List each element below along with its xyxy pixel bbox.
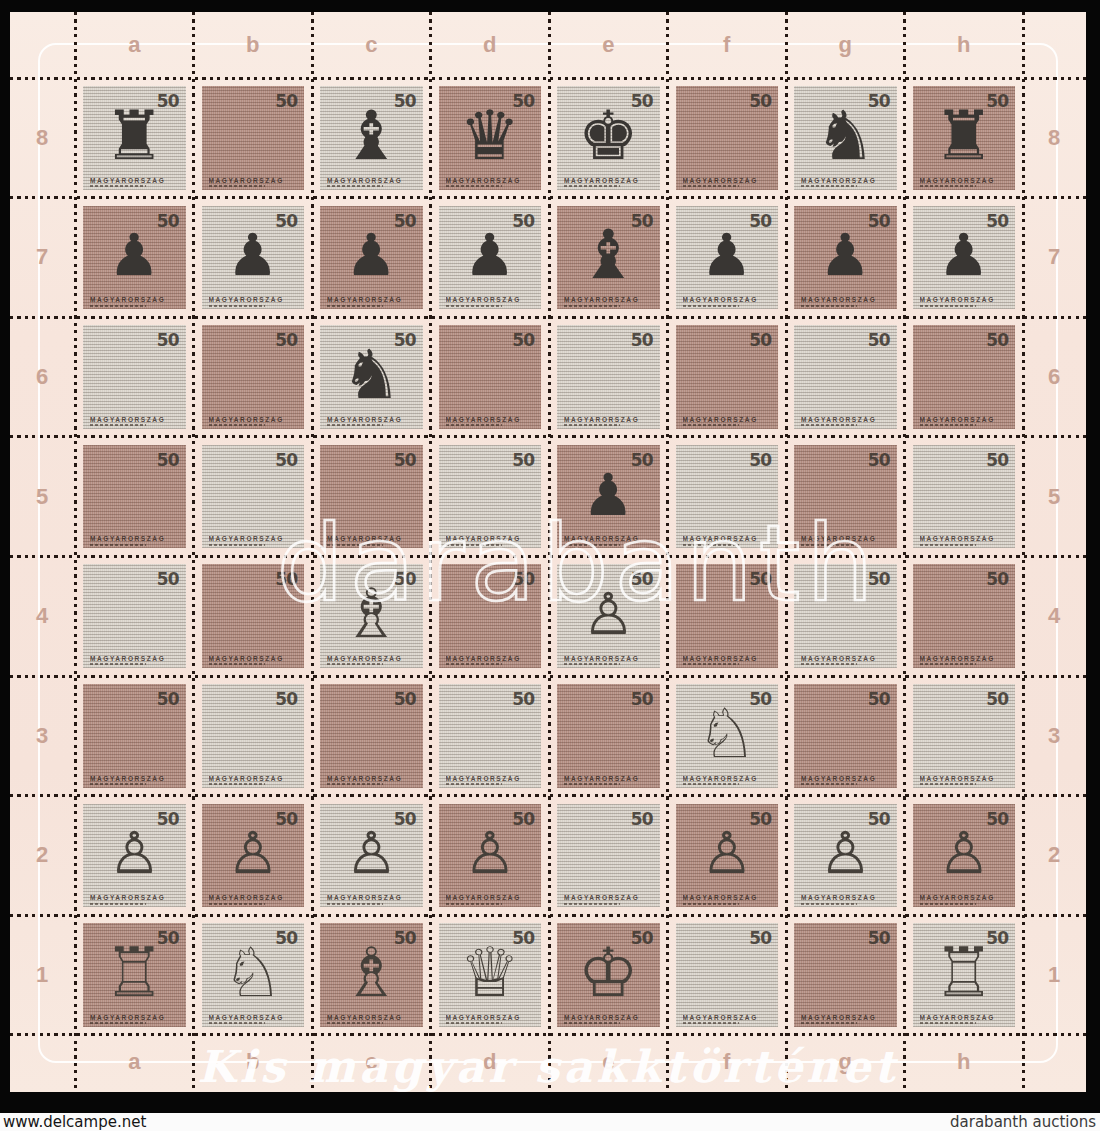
stamp-country-label: MAGYARORSZÁG	[564, 535, 654, 542]
stamp-denomination: 50	[868, 211, 890, 231]
stamp-country-label: MAGYARORSZÁG	[90, 894, 180, 901]
stamp-microtext-line	[209, 185, 265, 187]
file-label-bottom-h: h	[957, 1049, 970, 1075]
stamp-microtext-line	[446, 903, 502, 905]
stamp-a5: 50MAGYARORSZÁG	[83, 445, 186, 549]
stamp-h6: 50MAGYARORSZÁG	[913, 325, 1016, 429]
stamp-denomination: 50	[512, 928, 534, 948]
square-c4: 50♗MAGYARORSZÁG	[312, 556, 431, 676]
stamp-d5: 50MAGYARORSZÁG	[439, 445, 542, 549]
stamp-microtext-line	[327, 783, 383, 785]
stamp-e7: 50♝MAGYARORSZÁG	[557, 206, 660, 310]
stamp-h4: 50MAGYARORSZÁG	[913, 564, 1016, 668]
stamp-country-label: MAGYARORSZÁG	[90, 177, 180, 184]
stamp-c7: 50♟MAGYARORSZÁG	[320, 206, 423, 310]
piece-a7: ♟	[108, 226, 160, 284]
stamp-microtext-line	[564, 305, 620, 307]
stamp-country-label: MAGYARORSZÁG	[446, 775, 536, 782]
stamp-a6: 50MAGYARORSZÁG	[83, 325, 186, 429]
stamp-denomination: 50	[394, 809, 416, 829]
stamp-denomination: 50	[749, 928, 771, 948]
stamp-microtext-line	[90, 424, 146, 426]
piece-c7: ♟	[345, 226, 397, 284]
stamp-country-label: MAGYARORSZÁG	[446, 296, 536, 303]
piece-f7: ♟	[701, 226, 753, 284]
stamp-denomination: 50	[749, 211, 771, 231]
stamp-denomination: 50	[394, 91, 416, 111]
file-label-top-d: d	[483, 32, 496, 58]
stamp-denomination: 50	[868, 928, 890, 948]
perforation-column	[192, 12, 195, 1092]
stamp-denomination: 50	[986, 689, 1008, 709]
stamp-country-label: MAGYARORSZÁG	[801, 416, 891, 423]
stamp-microtext-line	[564, 544, 620, 546]
perforation-row	[10, 794, 1086, 797]
stamp-denomination: 50	[157, 450, 179, 470]
stamp-denomination: 50	[275, 569, 297, 589]
stamp-microtext-line	[209, 783, 265, 785]
square-h4: 50MAGYARORSZÁG	[905, 556, 1024, 676]
stamp-microtext-line	[446, 185, 502, 187]
stamp-denomination: 50	[394, 450, 416, 470]
piece-c6: ♞	[341, 341, 402, 409]
stamp-microtext-line	[683, 544, 739, 546]
square-h7: 50♟MAGYARORSZÁG	[905, 198, 1024, 318]
stamp-sheet-photo: 50♜MAGYARORSZÁG50MAGYARORSZÁG50♝MAGYAROR…	[0, 0, 1100, 1131]
stamp-country-label: MAGYARORSZÁG	[801, 655, 891, 662]
rank-label-left-1: 1	[36, 962, 48, 988]
stamp-microtext-line	[90, 903, 146, 905]
rank-label-left-4: 4	[36, 603, 48, 629]
stamp-country-label: MAGYARORSZÁG	[327, 1014, 417, 1021]
stamp-f3: 50♘MAGYARORSZÁG	[676, 684, 779, 788]
stamp-microtext-line	[209, 424, 265, 426]
stamp-denomination: 50	[631, 450, 653, 470]
stamp-microtext-line	[564, 424, 620, 426]
stamp-microtext-line	[90, 663, 146, 665]
stamp-g5: 50MAGYARORSZÁG	[794, 445, 897, 549]
square-h5: 50MAGYARORSZÁG	[905, 437, 1024, 557]
file-label-top-a: a	[128, 32, 140, 58]
stamp-microtext-line	[327, 424, 383, 426]
piece-c4: ♗	[341, 580, 402, 648]
stamp-microtext-line	[90, 1022, 146, 1024]
stamp-country-label: MAGYARORSZÁG	[683, 1014, 773, 1021]
stamp-country-label: MAGYARORSZÁG	[683, 535, 773, 542]
stamp-microtext-line	[446, 544, 502, 546]
stamp-b8: 50MAGYARORSZÁG	[202, 86, 305, 190]
stamp-c1: 50♗MAGYARORSZÁG	[320, 923, 423, 1027]
stamp-denomination: 50	[275, 689, 297, 709]
stamp-f6: 50MAGYARORSZÁG	[676, 325, 779, 429]
square-e8: 50♚MAGYARORSZÁG	[549, 78, 668, 198]
stamp-denomination: 50	[868, 450, 890, 470]
stamp-microtext-line	[90, 544, 146, 546]
piece-h7: ♟	[938, 226, 990, 284]
stamp-denomination: 50	[394, 330, 416, 350]
stamp-country-label: MAGYARORSZÁG	[209, 535, 299, 542]
stamp-e8: 50♚MAGYARORSZÁG	[557, 86, 660, 190]
stamp-country-label: MAGYARORSZÁG	[209, 655, 299, 662]
stamp-microtext-line	[920, 185, 976, 187]
stamp-denomination: 50	[868, 91, 890, 111]
perforation-row	[10, 1033, 1086, 1036]
square-g7: 50♟MAGYARORSZÁG	[786, 198, 905, 318]
stamp-denomination: 50	[512, 809, 534, 829]
perforation-column	[785, 12, 788, 1092]
piece-g2: ♙	[819, 824, 871, 882]
square-h2: 50♙MAGYARORSZÁG	[905, 796, 1024, 916]
stamp-country-label: MAGYARORSZÁG	[920, 894, 1010, 901]
stamp-country-label: MAGYARORSZÁG	[801, 535, 891, 542]
stamp-country-label: MAGYARORSZÁG	[920, 535, 1010, 542]
stamp-microtext-line	[446, 663, 502, 665]
stamp-microtext-line	[90, 305, 146, 307]
stamp-d8: 50♛MAGYARORSZÁG	[439, 86, 542, 190]
rank-label-right-5: 5	[1048, 484, 1060, 510]
stamp-e4: 50♙MAGYARORSZÁG	[557, 564, 660, 668]
rank-label-left-8: 8	[36, 125, 48, 151]
stamp-d2: 50♙MAGYARORSZÁG	[439, 804, 542, 908]
stamp-c8: 50♝MAGYARORSZÁG	[320, 86, 423, 190]
stamp-denomination: 50	[749, 450, 771, 470]
stamp-country-label: MAGYARORSZÁG	[90, 1014, 180, 1021]
stamp-country-label: MAGYARORSZÁG	[683, 296, 773, 303]
square-b7: 50♟MAGYARORSZÁG	[194, 198, 313, 318]
square-g3: 50MAGYARORSZÁG	[786, 676, 905, 796]
stamp-country-label: MAGYARORSZÁG	[446, 894, 536, 901]
file-label-bottom-c: c	[365, 1049, 377, 1075]
stamp-country-label: MAGYARORSZÁG	[327, 775, 417, 782]
square-e6: 50MAGYARORSZÁG	[549, 317, 668, 437]
rank-label-right-8: 8	[1048, 125, 1060, 151]
stamp-country-label: MAGYARORSZÁG	[564, 416, 654, 423]
square-e1: 50♔MAGYARORSZÁG	[549, 915, 668, 1035]
stamp-sheet: 50♜MAGYARORSZÁG50MAGYARORSZÁG50♝MAGYAROR…	[10, 12, 1086, 1092]
square-f3: 50♘MAGYARORSZÁG	[668, 676, 787, 796]
stamp-a8: 50♜MAGYARORSZÁG	[83, 86, 186, 190]
square-c7: 50♟MAGYARORSZÁG	[312, 198, 431, 318]
square-a4: 50MAGYARORSZÁG	[75, 556, 194, 676]
stamp-denomination: 50	[986, 330, 1008, 350]
file-label-top-e: e	[602, 32, 614, 58]
stamp-denomination: 50	[986, 450, 1008, 470]
perforation-column	[1022, 12, 1025, 1092]
stamp-country-label: MAGYARORSZÁG	[209, 775, 299, 782]
stamp-microtext-line	[327, 185, 383, 187]
stamp-microtext-line	[801, 424, 857, 426]
stamp-denomination: 50	[275, 91, 297, 111]
stamp-c4: 50♗MAGYARORSZÁG	[320, 564, 423, 668]
stamp-denomination: 50	[275, 211, 297, 231]
stamp-a1: 50♖MAGYARORSZÁG	[83, 923, 186, 1027]
piece-h1: ♖	[933, 939, 994, 1007]
stamp-microtext-line	[801, 544, 857, 546]
stamp-h3: 50MAGYARORSZÁG	[913, 684, 1016, 788]
square-d7: 50♟MAGYARORSZÁG	[431, 198, 550, 318]
stamp-country-label: MAGYARORSZÁG	[90, 416, 180, 423]
stamp-country-label: MAGYARORSZÁG	[801, 775, 891, 782]
square-f8: 50MAGYARORSZÁG	[668, 78, 787, 198]
file-label-bottom-g: g	[839, 1049, 852, 1075]
stamp-country-label: MAGYARORSZÁG	[920, 775, 1010, 782]
square-a6: 50MAGYARORSZÁG	[75, 317, 194, 437]
stamp-g7: 50♟MAGYARORSZÁG	[794, 206, 897, 310]
stamp-b5: 50MAGYARORSZÁG	[202, 445, 305, 549]
stamp-country-label: MAGYARORSZÁG	[90, 655, 180, 662]
stamp-microtext-line	[90, 185, 146, 187]
stamp-d4: 50MAGYARORSZÁG	[439, 564, 542, 668]
stamp-f4: 50MAGYARORSZÁG	[676, 564, 779, 668]
stamp-microtext-line	[446, 783, 502, 785]
stamp-microtext-line	[920, 544, 976, 546]
stamp-e3: 50MAGYARORSZÁG	[557, 684, 660, 788]
stamp-microtext-line	[801, 783, 857, 785]
square-d8: 50♛MAGYARORSZÁG	[431, 78, 550, 198]
stamp-microtext-line	[327, 305, 383, 307]
stamp-h2: 50♙MAGYARORSZÁG	[913, 804, 1016, 908]
stamp-denomination: 50	[512, 211, 534, 231]
perforation-column	[429, 12, 432, 1092]
stamp-country-label: MAGYARORSZÁG	[327, 296, 417, 303]
perforation-column	[74, 12, 77, 1092]
stamp-microtext-line	[327, 903, 383, 905]
stamp-h7: 50♟MAGYARORSZÁG	[913, 206, 1016, 310]
stamp-h8: 50♜MAGYARORSZÁG	[913, 86, 1016, 190]
rank-label-left-5: 5	[36, 484, 48, 510]
piece-e5: ♟	[582, 466, 634, 524]
stamp-microtext-line	[683, 663, 739, 665]
stamp-denomination: 50	[749, 569, 771, 589]
piece-c8: ♝	[341, 102, 402, 170]
stamp-b1: 50♘MAGYARORSZÁG	[202, 923, 305, 1027]
square-e3: 50MAGYARORSZÁG	[549, 676, 668, 796]
stamp-denomination: 50	[157, 211, 179, 231]
stamp-e5: 50♟MAGYARORSZÁG	[557, 445, 660, 549]
stamp-b3: 50MAGYARORSZÁG	[202, 684, 305, 788]
stamp-microtext-line	[683, 185, 739, 187]
piece-d8: ♛	[459, 102, 520, 170]
stamp-country-label: MAGYARORSZÁG	[683, 775, 773, 782]
piece-h8: ♜	[933, 102, 994, 170]
stamp-denomination: 50	[749, 330, 771, 350]
stamp-country-label: MAGYARORSZÁG	[920, 177, 1010, 184]
square-c1: 50♗MAGYARORSZÁG	[312, 915, 431, 1035]
square-f1: 50MAGYARORSZÁG	[668, 915, 787, 1035]
stamp-microtext-line	[920, 903, 976, 905]
stamp-denomination: 50	[749, 91, 771, 111]
stamp-microtext-line	[683, 305, 739, 307]
stamp-microtext-line	[920, 663, 976, 665]
stamp-microtext-line	[564, 903, 620, 905]
stamp-country-label: MAGYARORSZÁG	[564, 296, 654, 303]
stamp-microtext-line	[683, 783, 739, 785]
piece-e4: ♙	[582, 585, 634, 643]
stamp-g2: 50♙MAGYARORSZÁG	[794, 804, 897, 908]
stamp-microtext-line	[564, 185, 620, 187]
stamp-denomination: 50	[394, 211, 416, 231]
square-e5: 50♟MAGYARORSZÁG	[549, 437, 668, 557]
stamp-f7: 50♟MAGYARORSZÁG	[676, 206, 779, 310]
stamp-denomination: 50	[868, 569, 890, 589]
square-e7: 50♝MAGYARORSZÁG	[549, 198, 668, 318]
stamp-denomination: 50	[512, 330, 534, 350]
piece-d1: ♕	[459, 939, 520, 1007]
rank-label-right-4: 4	[1048, 603, 1060, 629]
stamp-e1: 50♔MAGYARORSZÁG	[557, 923, 660, 1027]
square-d3: 50MAGYARORSZÁG	[431, 676, 550, 796]
stamp-country-label: MAGYARORSZÁG	[801, 177, 891, 184]
stamp-a2: 50♙MAGYARORSZÁG	[83, 804, 186, 908]
stamp-country-label: MAGYARORSZÁG	[801, 894, 891, 901]
stamp-microtext-line	[683, 903, 739, 905]
stamp-denomination: 50	[868, 689, 890, 709]
stamp-c3: 50MAGYARORSZÁG	[320, 684, 423, 788]
piece-g7: ♟	[819, 226, 871, 284]
perforation-column	[666, 12, 669, 1092]
stamp-denomination: 50	[394, 569, 416, 589]
stamp-denomination: 50	[986, 809, 1008, 829]
stamp-denomination: 50	[512, 450, 534, 470]
stamp-c5: 50MAGYARORSZÁG	[320, 445, 423, 549]
stamp-denomination: 50	[631, 809, 653, 829]
rank-label-left-7: 7	[36, 244, 48, 270]
square-c2: 50♙MAGYARORSZÁG	[312, 796, 431, 916]
stamp-microtext-line	[209, 544, 265, 546]
stamp-microtext-line	[683, 1022, 739, 1024]
stamp-country-label: MAGYARORSZÁG	[327, 535, 417, 542]
stamp-microtext-line	[920, 305, 976, 307]
piece-b1: ♘	[222, 939, 283, 1007]
file-label-bottom-b: b	[246, 1049, 259, 1075]
square-a5: 50MAGYARORSZÁG	[75, 437, 194, 557]
stamp-denomination: 50	[631, 928, 653, 948]
square-a1: 50♖MAGYARORSZÁG	[75, 915, 194, 1035]
stamp-denomination: 50	[631, 689, 653, 709]
stamp-country-label: MAGYARORSZÁG	[920, 655, 1010, 662]
stamp-denomination: 50	[275, 330, 297, 350]
stamp-microtext-line	[209, 903, 265, 905]
piece-d7: ♟	[464, 226, 516, 284]
stamp-country-label: MAGYARORSZÁG	[446, 655, 536, 662]
square-a2: 50♙MAGYARORSZÁG	[75, 796, 194, 916]
stamp-f8: 50MAGYARORSZÁG	[676, 86, 779, 190]
stamp-country-label: MAGYARORSZÁG	[564, 655, 654, 662]
stamp-country-label: MAGYARORSZÁG	[327, 655, 417, 662]
square-f4: 50MAGYARORSZÁG	[668, 556, 787, 676]
stamp-microtext-line	[446, 1022, 502, 1024]
stamp-country-label: MAGYARORSZÁG	[90, 775, 180, 782]
stamp-denomination: 50	[631, 91, 653, 111]
square-f5: 50MAGYARORSZÁG	[668, 437, 787, 557]
square-d2: 50♙MAGYARORSZÁG	[431, 796, 550, 916]
perforation-column	[903, 12, 906, 1092]
stamp-denomination: 50	[394, 689, 416, 709]
piece-b7: ♟	[227, 226, 279, 284]
footer-strip: www.delcampe.net darabanth auctions	[0, 1113, 1100, 1131]
stamp-denomination: 50	[275, 928, 297, 948]
square-a8: 50♜MAGYARORSZÁG	[75, 78, 194, 198]
perforation-row	[10, 675, 1086, 678]
stamp-country-label: MAGYARORSZÁG	[920, 296, 1010, 303]
square-f6: 50MAGYARORSZÁG	[668, 317, 787, 437]
stamp-denomination: 50	[394, 928, 416, 948]
square-b6: 50MAGYARORSZÁG	[194, 317, 313, 437]
piece-h2: ♙	[938, 824, 990, 882]
stamp-h1: 50♖MAGYARORSZÁG	[913, 923, 1016, 1027]
square-b3: 50MAGYARORSZÁG	[194, 676, 313, 796]
square-c5: 50MAGYARORSZÁG	[312, 437, 431, 557]
square-h8: 50♜MAGYARORSZÁG	[905, 78, 1024, 198]
square-g4: 50MAGYARORSZÁG	[786, 556, 905, 676]
stamp-country-label: MAGYARORSZÁG	[564, 1014, 654, 1021]
square-h3: 50MAGYARORSZÁG	[905, 676, 1024, 796]
stamp-microtext-line	[683, 424, 739, 426]
rank-label-left-6: 6	[36, 364, 48, 390]
square-b2: 50♙MAGYARORSZÁG	[194, 796, 313, 916]
square-g8: 50♞MAGYARORSZÁG	[786, 78, 905, 198]
stamp-f2: 50♙MAGYARORSZÁG	[676, 804, 779, 908]
stamp-denomination: 50	[275, 809, 297, 829]
rank-label-left-2: 2	[36, 842, 48, 868]
file-label-bottom-a: a	[128, 1049, 140, 1075]
stamp-country-label: MAGYARORSZÁG	[327, 894, 417, 901]
stamp-denomination: 50	[631, 569, 653, 589]
stamp-microtext-line	[209, 663, 265, 665]
stamp-denomination: 50	[986, 211, 1008, 231]
stamp-country-label: MAGYARORSZÁG	[327, 416, 417, 423]
stamp-country-label: MAGYARORSZÁG	[683, 894, 773, 901]
stamp-country-label: MAGYARORSZÁG	[90, 296, 180, 303]
perforation-column	[548, 12, 551, 1092]
stamp-denomination: 50	[512, 91, 534, 111]
stamp-country-label: MAGYARORSZÁG	[683, 177, 773, 184]
stamp-microtext-line	[564, 783, 620, 785]
stamp-microtext-line	[564, 663, 620, 665]
stamp-g6: 50MAGYARORSZÁG	[794, 325, 897, 429]
stamp-country-label: MAGYARORSZÁG	[446, 535, 536, 542]
stamp-denomination: 50	[986, 928, 1008, 948]
stamp-a4: 50MAGYARORSZÁG	[83, 564, 186, 668]
file-label-top-h: h	[957, 32, 970, 58]
stamp-microtext-line	[920, 1022, 976, 1024]
piece-a1: ♖	[104, 939, 165, 1007]
stamp-denomination: 50	[157, 928, 179, 948]
stamp-microtext-line	[801, 663, 857, 665]
file-label-top-b: b	[246, 32, 259, 58]
stamp-microtext-line	[564, 1022, 620, 1024]
stamp-denomination: 50	[157, 809, 179, 829]
stamp-microtext-line	[801, 1022, 857, 1024]
square-c6: 50♞MAGYARORSZÁG	[312, 317, 431, 437]
piece-f3: ♘	[696, 700, 757, 768]
stamp-denomination: 50	[631, 211, 653, 231]
stamp-d7: 50♟MAGYARORSZÁG	[439, 206, 542, 310]
file-label-top-g: g	[839, 32, 852, 58]
stamp-microtext-line	[446, 305, 502, 307]
stamp-country-label: MAGYARORSZÁG	[446, 177, 536, 184]
piece-f2: ♙	[701, 824, 753, 882]
stamp-g3: 50MAGYARORSZÁG	[794, 684, 897, 788]
stamp-denomination: 50	[986, 91, 1008, 111]
stamp-denomination: 50	[157, 91, 179, 111]
stamp-country-label: MAGYARORSZÁG	[209, 894, 299, 901]
piece-c1: ♗	[341, 939, 402, 1007]
square-f7: 50♟MAGYARORSZÁG	[668, 198, 787, 318]
stamp-denomination: 50	[512, 689, 534, 709]
stamp-microtext-line	[801, 185, 857, 187]
stamp-g8: 50♞MAGYARORSZÁG	[794, 86, 897, 190]
